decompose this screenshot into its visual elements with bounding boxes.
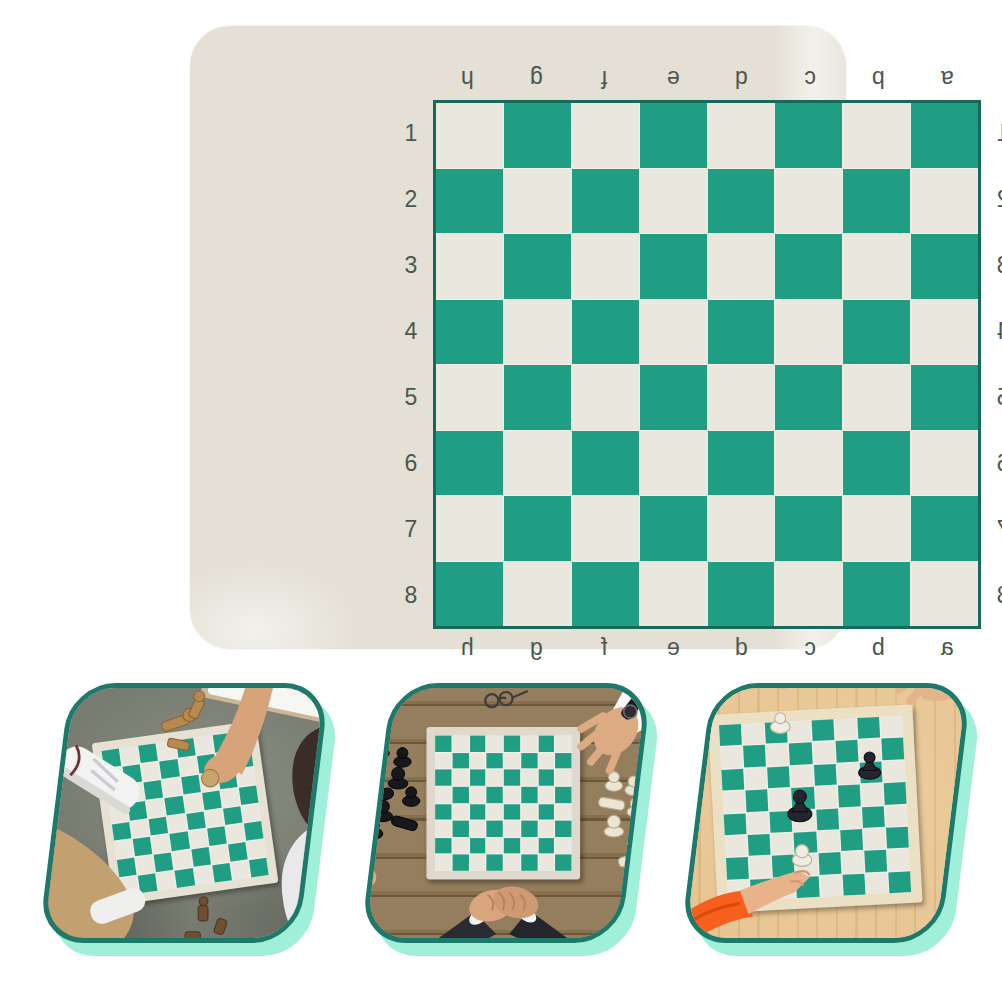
board-square: [812, 741, 835, 763]
board-square: [572, 300, 639, 365]
board-square: [197, 754, 217, 774]
board-square: [886, 827, 909, 849]
board-square: [708, 431, 775, 496]
board-square: [795, 854, 818, 876]
board-square: [172, 850, 192, 870]
board-square: [572, 234, 639, 299]
board-square: [204, 808, 224, 828]
coordinate-label: e: [639, 632, 708, 663]
board-square: [435, 855, 451, 871]
board-square: [209, 845, 229, 865]
board-square: [469, 855, 485, 871]
board-square: [708, 103, 775, 168]
board-square: [181, 775, 201, 795]
board-square: [117, 858, 137, 878]
scene-rustic-wood-table: [361, 683, 651, 943]
board-square: [813, 764, 836, 786]
mini-chess-mat: [92, 721, 279, 906]
board-square: [836, 762, 859, 784]
rank-labels-left: 12345678: [394, 100, 428, 629]
board-square: [538, 855, 554, 871]
board-square: [120, 746, 140, 766]
board-square: [202, 790, 222, 810]
board-square: [154, 853, 174, 873]
board-square: [772, 855, 795, 877]
board-square: [843, 169, 910, 234]
board-square: [487, 821, 503, 837]
board-square: [157, 741, 177, 761]
board-square: [186, 811, 206, 831]
coordinate-label: a: [913, 632, 982, 663]
board-square: [555, 770, 571, 786]
board-square: [863, 828, 886, 850]
board-square: [708, 300, 775, 365]
right-edge-fingers: [949, 795, 971, 837]
board-square: [911, 562, 978, 627]
board-square: [128, 801, 148, 821]
board-square: [746, 789, 769, 811]
coordinate-label: 5: [986, 365, 1002, 431]
board-square: [911, 234, 978, 299]
board-square: [239, 785, 259, 805]
coordinate-label: d: [707, 63, 776, 94]
board-square: [538, 821, 554, 837]
board-square: [911, 496, 978, 561]
board-square: [212, 863, 232, 883]
board-square: [835, 740, 858, 762]
board-square: [793, 809, 816, 831]
mini-chessboard: [719, 716, 911, 902]
board-square: [572, 103, 639, 168]
coordinate-label: 4: [394, 298, 428, 364]
board-square: [504, 736, 520, 752]
board-square: [888, 871, 911, 893]
board-square: [504, 821, 520, 837]
board-square: [640, 234, 707, 299]
board-square: [766, 744, 789, 766]
board-square: [435, 770, 451, 786]
board-square: [130, 819, 150, 839]
coordinate-label: e: [639, 63, 708, 94]
coordinate-label: 1: [394, 100, 428, 166]
board-square: [720, 746, 743, 768]
board-square: [555, 753, 571, 769]
board-square: [857, 717, 880, 739]
board-square: [859, 761, 882, 783]
board-square: [435, 838, 451, 854]
coordinate-label: a: [913, 63, 982, 94]
board-square: [231, 730, 251, 750]
board-square: [640, 300, 707, 365]
board-square: [104, 767, 124, 787]
board-square: [640, 365, 707, 430]
board-square: [883, 782, 906, 804]
board-square: [435, 787, 451, 803]
chess-mat: hgfedcba hgfedcba 12345678 12345678: [190, 26, 846, 649]
coordinate-label: h: [433, 63, 502, 94]
file-labels-top: hgfedcba: [433, 63, 981, 94]
board-square: [640, 169, 707, 234]
board-square: [816, 808, 839, 830]
board-square: [452, 770, 468, 786]
board-square: [555, 821, 571, 837]
board-square: [504, 753, 520, 769]
board-square: [521, 855, 537, 871]
thumbnail-photo-3[interactable]: [680, 683, 972, 943]
board-square: [230, 860, 250, 880]
board-square: [504, 804, 520, 820]
coordinate-label: f: [570, 632, 639, 663]
board-square: [212, 733, 232, 753]
coordinate-label: 5: [394, 365, 428, 431]
board-square: [144, 780, 164, 800]
board-square: [469, 821, 485, 837]
board-square: [815, 786, 838, 808]
board-square: [708, 365, 775, 430]
board-square: [789, 743, 812, 765]
board-square: [162, 777, 182, 797]
rank-labels-right: 12345678: [986, 100, 1002, 629]
board-square: [708, 496, 775, 561]
board-square: [165, 795, 185, 815]
board-square: [435, 753, 451, 769]
board-square: [469, 804, 485, 820]
board-square: [452, 736, 468, 752]
board-square: [726, 857, 749, 879]
board-square: [538, 736, 554, 752]
board-square: [841, 851, 864, 873]
board-square: [775, 169, 842, 234]
coordinate-label: b: [844, 63, 913, 94]
board-square: [843, 300, 910, 365]
board-square: [191, 847, 211, 867]
board-square: [640, 562, 707, 627]
board-square: [538, 753, 554, 769]
board-square: [178, 756, 198, 776]
coordinate-label: 3: [394, 232, 428, 298]
board-square: [109, 803, 129, 823]
board-square: [555, 736, 571, 752]
board-square: [521, 804, 537, 820]
board-square: [504, 103, 571, 168]
board-square: [138, 743, 158, 763]
board-square: [719, 724, 742, 746]
board-square: [555, 855, 571, 871]
board-square: [843, 234, 910, 299]
board-square: [838, 785, 861, 807]
coordinate-label: 8: [986, 563, 1002, 629]
board-square: [819, 875, 842, 897]
board-square: [708, 234, 775, 299]
board-square: [215, 751, 235, 771]
board-square: [887, 849, 910, 871]
coordinate-label: 2: [986, 166, 1002, 232]
board-square: [521, 753, 537, 769]
board-square: [452, 787, 468, 803]
board-square: [749, 856, 772, 878]
board-square: [775, 431, 842, 496]
board-square: [840, 829, 863, 851]
board-square: [138, 873, 158, 893]
board-square: [487, 770, 503, 786]
coordinate-label: f: [570, 63, 639, 94]
board-square: [452, 855, 468, 871]
board-square: [640, 103, 707, 168]
board-square: [885, 804, 908, 826]
board-square: [843, 431, 910, 496]
board-square: [133, 837, 153, 857]
board-square: [228, 842, 248, 862]
board-square: [160, 759, 180, 779]
coordinate-label: g: [502, 632, 571, 663]
board-square: [860, 783, 883, 805]
board-square: [223, 806, 243, 826]
coordinate-label: 6: [394, 431, 428, 497]
mini-chess-mat: [708, 704, 923, 913]
board-square: [727, 879, 750, 901]
board-square: [469, 787, 485, 803]
board-square: [469, 770, 485, 786]
board-square: [770, 810, 793, 832]
board-square: [436, 169, 503, 234]
board-square: [769, 788, 792, 810]
coordinate-label: 6: [986, 431, 1002, 497]
board-square: [843, 365, 910, 430]
board-square: [790, 765, 813, 787]
board-square: [487, 753, 503, 769]
board-square: [911, 169, 978, 234]
board-square: [721, 768, 744, 790]
board-square: [102, 749, 122, 769]
board-square: [199, 772, 219, 792]
board-square: [188, 829, 208, 849]
board-square: [487, 855, 503, 871]
board-square: [521, 838, 537, 854]
board-square: [538, 787, 554, 803]
board-square: [112, 821, 132, 841]
board-square: [504, 169, 571, 234]
board-square: [218, 769, 238, 789]
board-square: [862, 806, 885, 828]
board-square: [452, 821, 468, 837]
board-square: [811, 719, 834, 741]
board-square: [249, 858, 269, 878]
board-square: [538, 804, 554, 820]
board-square: [436, 300, 503, 365]
board-square: [911, 300, 978, 365]
board-square: [708, 169, 775, 234]
mini-chess-mat: [426, 727, 580, 880]
board-square: [504, 496, 571, 561]
board-square: [723, 791, 746, 813]
board-square: [452, 753, 468, 769]
board-square: [141, 762, 161, 782]
coordinate-label: d: [707, 632, 776, 663]
board-square: [775, 300, 842, 365]
board-square: [504, 770, 520, 786]
board-square: [504, 787, 520, 803]
board-square: [775, 496, 842, 561]
board-square: [504, 855, 520, 871]
thumbnail-photo-2[interactable]: [360, 683, 652, 943]
board-square: [504, 234, 571, 299]
board-square: [167, 814, 187, 834]
chess-board: [433, 100, 981, 629]
board-square: [504, 838, 520, 854]
board-square: [220, 788, 240, 808]
board-square: [864, 850, 887, 872]
board-square: [435, 736, 451, 752]
board-square: [572, 431, 639, 496]
coordinate-label: h: [433, 632, 502, 663]
board-square: [775, 234, 842, 299]
board-square: [175, 738, 195, 758]
board-square: [911, 431, 978, 496]
board-square: [748, 834, 771, 856]
coordinate-label: c: [776, 63, 845, 94]
board-square: [572, 496, 639, 561]
board-square: [175, 868, 195, 888]
board-square: [725, 835, 748, 857]
board-square: [487, 736, 503, 752]
board-square: [843, 103, 910, 168]
board-square: [452, 804, 468, 820]
board-square: [119, 876, 139, 896]
board-square: [839, 807, 862, 829]
coordinate-label: 2: [394, 166, 428, 232]
board-square: [911, 103, 978, 168]
board-square: [572, 562, 639, 627]
board-square: [504, 300, 571, 365]
board-square: [744, 767, 767, 789]
board-square: [555, 804, 571, 820]
board-square: [487, 838, 503, 854]
board-square: [125, 782, 145, 802]
board-square: [236, 767, 256, 787]
board-square: [521, 736, 537, 752]
board-square: [743, 745, 766, 767]
board-square: [555, 787, 571, 803]
board-square: [156, 871, 176, 891]
board-square: [792, 787, 815, 809]
board-square: [538, 838, 554, 854]
board-square: [207, 827, 227, 847]
board-square: [504, 431, 571, 496]
board-square: [881, 738, 904, 760]
board-square: [775, 103, 842, 168]
board-square: [487, 787, 503, 803]
board-square: [640, 431, 707, 496]
board-square: [521, 787, 537, 803]
mini-chessboard: [435, 736, 571, 871]
board-square: [135, 855, 155, 875]
coordinate-label: g: [502, 63, 571, 94]
board-square: [225, 824, 245, 844]
board-square: [796, 876, 819, 898]
mini-chessboard: [102, 730, 269, 895]
board-square: [123, 764, 143, 784]
board-square: [880, 716, 903, 738]
board-square: [436, 365, 503, 430]
board-square: [858, 739, 881, 761]
coordinate-label: 1: [986, 100, 1002, 166]
board-square: [767, 766, 790, 788]
board-square: [747, 812, 770, 834]
board-square: [246, 840, 266, 860]
board-square: [818, 852, 841, 874]
board-square: [436, 496, 503, 561]
board-square: [555, 838, 571, 854]
board-square: [771, 833, 794, 855]
coordinate-label: b: [844, 632, 913, 663]
board-square: [487, 804, 503, 820]
scene-light-wood-table: [681, 683, 971, 943]
coordinate-label: 7: [394, 497, 428, 563]
board-square: [765, 722, 788, 744]
board-square: [865, 872, 888, 894]
thumbnail-photo-1[interactable]: [38, 683, 330, 943]
coordinate-label: 7: [986, 497, 1002, 563]
coordinate-label: 8: [394, 563, 428, 629]
board-square: [244, 821, 264, 841]
board-square: [469, 753, 485, 769]
board-square: [436, 431, 503, 496]
board-square: [436, 103, 503, 168]
board-square: [452, 838, 468, 854]
board-square: [151, 834, 171, 854]
board-square: [708, 562, 775, 627]
board-square: [149, 816, 169, 836]
board-square: [193, 866, 213, 886]
board-square: [882, 760, 905, 782]
coordinate-label: c: [776, 632, 845, 663]
board-square: [436, 562, 503, 627]
board-square: [843, 562, 910, 627]
board-square: [773, 877, 796, 899]
board-square: [775, 365, 842, 430]
board-square: [640, 496, 707, 561]
board-square: [794, 831, 817, 853]
board-square: [521, 821, 537, 837]
board-square: [834, 718, 857, 740]
board-square: [504, 365, 571, 430]
board-square: [775, 562, 842, 627]
board-square: [435, 821, 451, 837]
board-square: [724, 813, 747, 835]
board-square: [146, 798, 166, 818]
board-square: [742, 723, 765, 745]
board-square: [572, 169, 639, 234]
board-square: [469, 838, 485, 854]
board-square: [435, 804, 451, 820]
board-square: [183, 793, 203, 813]
scene-concrete-table: [39, 683, 329, 943]
board-square: [521, 770, 537, 786]
board-square: [788, 720, 811, 742]
coordinate-label: 3: [986, 232, 1002, 298]
board-square: [107, 785, 127, 805]
board-square: [538, 770, 554, 786]
board-square: [504, 562, 571, 627]
board-square: [750, 878, 773, 900]
board-square: [842, 873, 865, 895]
board-square: [469, 736, 485, 752]
coordinate-label: 4: [986, 298, 1002, 364]
board-square: [911, 365, 978, 430]
file-labels-bottom: hgfedcba: [433, 632, 981, 663]
board-square: [572, 365, 639, 430]
board-square: [436, 234, 503, 299]
